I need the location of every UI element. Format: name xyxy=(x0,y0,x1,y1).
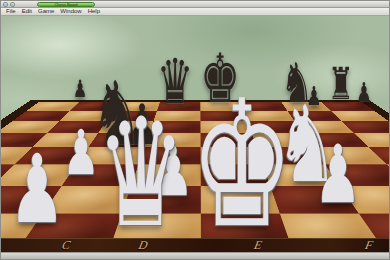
white-pawn-b2[interactable]: ♟ xyxy=(9,142,65,237)
window: Chess Board File Edit Game Window Help C… xyxy=(0,0,390,260)
file-label-F: F xyxy=(364,238,375,253)
black-pawn-h7[interactable]: ♟ xyxy=(356,79,371,105)
title-bar: Chess Board xyxy=(1,1,389,8)
white-queen-d1[interactable]: ♛ xyxy=(97,98,186,248)
white-pawn-g2[interactable]: ♟ xyxy=(314,135,361,215)
menu-item-game[interactable]: Game xyxy=(35,8,57,15)
menu-bar: File Edit Game Window Help xyxy=(1,8,389,16)
menu-item-edit[interactable]: Edit xyxy=(19,8,35,15)
white-king-e1[interactable]: ♚ xyxy=(190,77,294,252)
scene-3d: CDEF ♟♟♜♟♞♛♚♟♞♟♞♟♟♟♛♚ xyxy=(1,16,389,254)
menu-item-help[interactable]: Help xyxy=(85,8,103,15)
minimize-button[interactable] xyxy=(10,2,15,7)
square-h7[interactable] xyxy=(331,111,389,121)
white-pawn-c3[interactable]: ♟ xyxy=(63,122,100,184)
menu-item-file[interactable]: File xyxy=(3,8,19,15)
black-pawn-b7[interactable]: ♟ xyxy=(73,77,87,101)
close-button[interactable] xyxy=(3,2,8,7)
bottom-chrome xyxy=(1,252,389,259)
window-title-pill: Chess Board xyxy=(37,2,95,7)
menu-item-window[interactable]: Window xyxy=(57,8,84,15)
